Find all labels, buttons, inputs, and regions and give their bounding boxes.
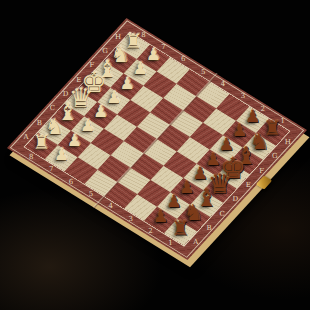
chess-board: ABCDEFGH ABCDEFGH 87654321 87654321 ♜♟♞♟… — [7, 18, 307, 260]
piece-white-pawn-h7[interactable]: ♟ — [146, 46, 161, 63]
piece-black-pawn-g2[interactable]: ♟ — [232, 122, 247, 139]
piece-white-pawn-b7[interactable]: ♟ — [67, 132, 82, 149]
piece-white-pawn-f7[interactable]: ♟ — [119, 75, 134, 92]
piece-black-pawn-d2[interactable]: ♟ — [192, 165, 207, 182]
piece-black-pawn-e2[interactable]: ♟ — [206, 151, 221, 168]
photo-backdrop: ABCDEFGH ABCDEFGH 87654321 87654321 ♜♟♞♟… — [0, 0, 310, 310]
brass-latch-icon — [256, 175, 273, 189]
piece-white-pawn-d7[interactable]: ♟ — [93, 103, 108, 120]
piece-black-rook-a1[interactable]: ♜ — [172, 218, 190, 238]
piece-white-pawn-c7[interactable]: ♟ — [80, 117, 95, 134]
piece-white-rook-a8[interactable]: ♜ — [32, 132, 50, 152]
pieces-layer: ♜♟♞♟♝♟♚♟♛♟♝♟♟♞♜♟♟♜♞♟♟♝♟♚♟♛♟♝♟♞♟♜ — [25, 33, 289, 246]
piece-black-pawn-b2[interactable]: ♟ — [166, 193, 181, 210]
piece-white-pawn-a7[interactable]: ♟ — [54, 146, 69, 163]
piece-black-pawn-c2[interactable]: ♟ — [179, 179, 194, 196]
piece-black-pawn-h2[interactable]: ♟ — [245, 108, 260, 125]
piece-black-pawn-a2[interactable]: ♟ — [153, 208, 168, 225]
piece-white-pawn-e7[interactable]: ♟ — [106, 89, 121, 106]
piece-white-pawn-g7[interactable]: ♟ — [133, 60, 148, 77]
